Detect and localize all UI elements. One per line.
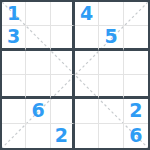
cell-r6c6-given-6[interactable]: 6 — [124, 124, 148, 148]
cell-r5c1-empty[interactable] — [2, 99, 26, 123]
cell-r5c5-empty[interactable] — [99, 99, 123, 123]
cell-r4c1-empty[interactable] — [2, 75, 26, 99]
cell-r4c4-empty[interactable] — [75, 75, 99, 99]
cell-r3c5-empty[interactable] — [99, 51, 123, 75]
cell-r6c3-given-2[interactable]: 2 — [51, 124, 75, 148]
cell-r1c5-empty[interactable] — [99, 2, 123, 26]
cell-r3c3-empty[interactable] — [51, 51, 75, 75]
cell-r6c4-empty[interactable] — [75, 124, 99, 148]
cell-r2c3-empty[interactable] — [51, 26, 75, 50]
cell-r2c6-empty[interactable] — [124, 26, 148, 50]
cell-r2c1-given-3[interactable]: 3 — [2, 26, 26, 50]
cell-r4c5-empty[interactable] — [99, 75, 123, 99]
cell-r3c6-empty[interactable] — [124, 51, 148, 75]
cell-r4c6-empty[interactable] — [124, 75, 148, 99]
cell-r5c2-given-6[interactable]: 6 — [26, 99, 50, 123]
cell-r5c4-empty[interactable] — [75, 99, 99, 123]
cell-r4c3-empty[interactable] — [51, 75, 75, 99]
cell-r4c2-empty[interactable] — [26, 75, 50, 99]
cell-r2c2-empty[interactable] — [26, 26, 50, 50]
cell-r5c6-given-2[interactable]: 2 — [124, 99, 148, 123]
cell-r6c1-empty[interactable] — [2, 124, 26, 148]
cell-r1c6-empty[interactable] — [124, 2, 148, 26]
sudoku-grid: 14356226 — [2, 2, 148, 148]
cell-r1c3-empty[interactable] — [51, 2, 75, 26]
cell-r6c5-empty[interactable] — [99, 124, 123, 148]
cell-r1c2-empty[interactable] — [26, 2, 50, 26]
cell-r1c4-given-4[interactable]: 4 — [75, 2, 99, 26]
cell-r3c1-empty[interactable] — [2, 51, 26, 75]
cell-r1c1-given-1[interactable]: 1 — [2, 2, 26, 26]
cell-r3c4-empty[interactable] — [75, 51, 99, 75]
cell-r3c2-empty[interactable] — [26, 51, 50, 75]
cell-r2c4-empty[interactable] — [75, 26, 99, 50]
sudoku-board: 14356226 — [0, 0, 150, 150]
cell-r5c3-empty[interactable] — [51, 99, 75, 123]
cell-r2c5-given-5[interactable]: 5 — [99, 26, 123, 50]
cell-r6c2-empty[interactable] — [26, 124, 50, 148]
